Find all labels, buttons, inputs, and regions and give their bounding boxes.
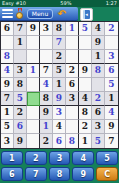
cell-r6c9[interactable]: 1 [105, 92, 118, 106]
cell-r6c8[interactable]: 2 [92, 92, 105, 106]
timer: 1:27 [106, 0, 117, 7]
cell-r2c1[interactable] [1, 36, 14, 50]
cell-r3c1[interactable]: 8 [1, 50, 14, 64]
cell-r8c9[interactable]: 9 [105, 120, 118, 134]
cell-r9c1[interactable]: 3 [1, 134, 14, 148]
cell-r1c6[interactable]: 1 [66, 22, 79, 36]
keypad-row-2: 6789C [1, 167, 118, 181]
cell-r3c8[interactable]: 1 [92, 50, 105, 64]
medal-disc [16, 12, 23, 19]
cell-r2c9[interactable] [105, 36, 118, 50]
cell-r1c3[interactable]: 9 [27, 22, 40, 36]
cell-r4c4[interactable]: 7 [40, 64, 53, 78]
medal-icon[interactable] [15, 8, 25, 20]
cell-r8c2[interactable]: 6 [14, 120, 27, 134]
cell-r7c7[interactable]: 8 [79, 106, 92, 120]
cell-r8c7[interactable]: 2 [79, 120, 92, 134]
cell-r9c5[interactable]: 6 [53, 134, 66, 148]
cell-r1c2[interactable]: 7 [14, 22, 27, 36]
cell-r3c9[interactable]: 3 [105, 50, 118, 64]
number-key-7[interactable]: 7 [25, 167, 47, 181]
cell-r2c6[interactable] [66, 36, 79, 50]
new-game-icon: ◂ [83, 10, 90, 19]
cell-r5c2[interactable]: 8 [14, 78, 27, 92]
medal-ribbon [18, 8, 22, 12]
cell-r3c5[interactable]: 2 [53, 50, 66, 64]
toolbar: Menu ↶ ◂ [0, 7, 119, 21]
cell-r9c6[interactable]: 8 [66, 134, 79, 148]
cell-r7c4[interactable]: 9 [40, 106, 53, 120]
cell-r8c3[interactable] [27, 120, 40, 134]
cell-r1c7[interactable]: 5 [79, 22, 92, 36]
cell-r3c3[interactable] [27, 50, 40, 64]
status-bar: Easy #10 59% 1:27 [0, 0, 119, 7]
new-game-button[interactable]: ◂ [80, 8, 93, 21]
number-key-4[interactable]: 4 [72, 151, 94, 165]
cell-r1c9[interactable]: 2 [105, 22, 118, 36]
cell-r4c1[interactable]: 4 [1, 64, 14, 78]
cell-r4c7[interactable]: 9 [79, 64, 92, 78]
cell-r5c7[interactable] [79, 78, 92, 92]
cell-r1c4[interactable]: 3 [40, 22, 53, 36]
cell-r7c5[interactable]: 3 [53, 106, 66, 120]
cell-r8c4[interactable]: 1 [40, 120, 53, 134]
cell-r7c3[interactable] [27, 106, 40, 120]
number-keypad: 12345 6789C [0, 149, 119, 181]
cell-r5c1[interactable]: 9 [1, 78, 14, 92]
cell-r9c3[interactable] [27, 134, 40, 148]
cell-r8c8[interactable]: 3 [92, 120, 105, 134]
cell-r1c8[interactable]: 4 [92, 22, 105, 36]
cell-r2c4[interactable] [40, 36, 53, 50]
cell-r3c4[interactable] [40, 50, 53, 64]
cell-r8c5[interactable]: 4 [53, 120, 66, 134]
keypad-row-1: 12345 [1, 151, 118, 165]
cell-r2c5[interactable]: 7 [53, 36, 66, 50]
cell-r9c7[interactable]: 1 [79, 134, 92, 148]
cell-r9c2[interactable]: 9 [14, 134, 27, 148]
cell-r3c7[interactable] [79, 50, 92, 64]
cell-r9c4[interactable]: 2 [40, 134, 53, 148]
toolbar-panel: Menu ↶ [0, 7, 78, 21]
cell-r2c8[interactable]: 9 [92, 36, 105, 50]
number-key-5[interactable]: 5 [96, 151, 118, 165]
cell-r7c2[interactable]: 2 [14, 106, 27, 120]
cell-r6c7[interactable]: 4 [79, 92, 92, 106]
cell-r5c9[interactable]: 5 [105, 78, 118, 92]
menu-button[interactable]: Menu [27, 9, 53, 19]
progress-percent: 59% [60, 0, 71, 7]
cell-r9c8[interactable]: 5 [92, 134, 105, 148]
number-key-9[interactable]: 9 [72, 167, 94, 181]
cell-r8c1[interactable]: 5 [1, 120, 14, 134]
cell-r4c9[interactable]: 6 [105, 64, 118, 78]
cell-r3c6[interactable] [66, 50, 79, 64]
cell-r3c2[interactable] [14, 50, 27, 64]
cell-r9c9[interactable]: 7 [105, 134, 118, 148]
cell-r5c3[interactable] [27, 78, 40, 92]
cell-r6c5[interactable]: 9 [53, 92, 66, 106]
hamburger-menu-icon[interactable] [2, 9, 13, 19]
number-key-8[interactable]: 8 [49, 167, 71, 181]
cell-r2c7[interactable] [79, 36, 92, 50]
cell-r5c4[interactable]: 4 [40, 78, 53, 92]
number-key-6[interactable]: 6 [1, 167, 23, 181]
cell-r1c5[interactable]: 8 [53, 22, 66, 36]
cell-r2c2[interactable]: 1 [14, 36, 27, 50]
cell-r5c8[interactable] [92, 78, 105, 92]
cell-r4c5[interactable]: 5 [53, 64, 66, 78]
cell-r5c5[interactable]: 1 [53, 78, 66, 92]
cell-r6c6[interactable]: 3 [66, 92, 79, 106]
cell-r7c6[interactable] [66, 106, 79, 120]
clear-key[interactable]: C [96, 167, 118, 181]
sudoku-board: 6793815421798213431752986984165758934211… [0, 21, 119, 149]
cell-r6c1[interactable]: 7 [1, 92, 14, 106]
cell-r5c6[interactable]: 6 [66, 78, 79, 92]
cell-r6c4[interactable]: 8 [40, 92, 53, 106]
cell-r2c3[interactable] [27, 36, 40, 50]
cell-r4c3[interactable]: 1 [27, 64, 40, 78]
cell-r7c9[interactable]: 4 [105, 106, 118, 120]
cell-r7c1[interactable]: 1 [1, 106, 14, 120]
number-key-2[interactable]: 2 [25, 151, 47, 165]
cell-r6c2[interactable]: 5 [14, 92, 27, 106]
cell-r4c2[interactable]: 3 [14, 64, 27, 78]
undo-icon[interactable]: ↶ [55, 8, 69, 19]
cell-r1c1[interactable]: 6 [1, 22, 14, 36]
cell-r8c6[interactable] [66, 120, 79, 134]
cell-r4c6[interactable]: 2 [66, 64, 79, 78]
cell-r4c8[interactable]: 8 [92, 64, 105, 78]
number-key-1[interactable]: 1 [1, 151, 23, 165]
cell-r7c8[interactable]: 6 [92, 106, 105, 120]
puzzle-title: Easy #10 [2, 0, 26, 7]
number-key-3[interactable]: 3 [49, 151, 71, 165]
cell-r6c3[interactable] [27, 92, 40, 106]
